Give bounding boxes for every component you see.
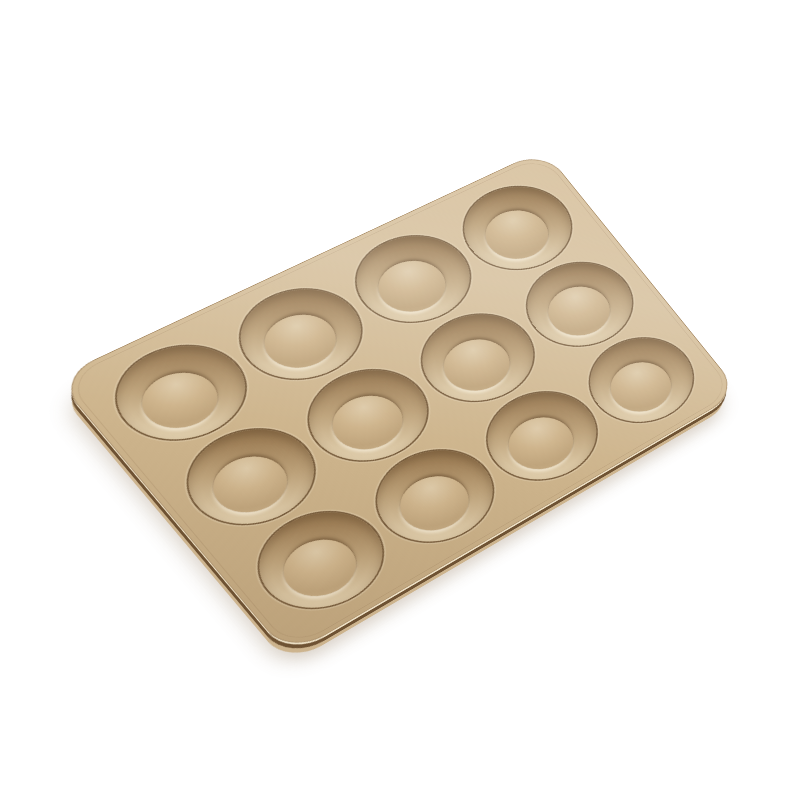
muffin-cup-bottom — [128, 362, 231, 439]
scene-caption: Empty 12-cup champagne-gold non-stick mu… — [0, 0, 1, 1]
muffin-cup-bottom — [432, 330, 522, 401]
muffin-cup-bottom — [251, 305, 348, 378]
muffin-pan — [55, 149, 740, 656]
muffin-cup-bottom — [319, 386, 414, 460]
muffin-cup-bottom — [366, 251, 457, 321]
muffin-cup-bottom — [199, 446, 300, 524]
muffin-cup-bottom — [473, 201, 559, 268]
muffin-cup-bottom — [270, 528, 369, 607]
photo-canvas: Empty 12-cup champagne-gold non-stick mu… — [0, 0, 800, 800]
muffin-cup-bottom — [599, 353, 683, 422]
muffin-cup-bottom — [497, 407, 585, 479]
muffin-cup-bottom — [536, 277, 621, 345]
muffin-cup-bottom — [387, 466, 481, 541]
